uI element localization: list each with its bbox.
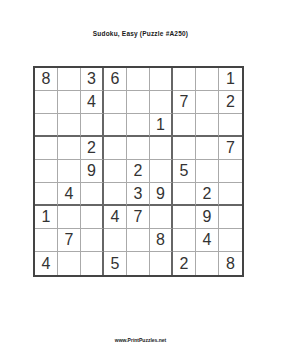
sudoku-cell[interactable]: 7 — [219, 137, 242, 160]
sudoku-cell[interactable]: 4 — [104, 206, 127, 229]
sudoku-cell[interactable] — [219, 229, 242, 252]
footer-url: www.PrintPuzzles.net — [0, 337, 281, 343]
sudoku-cell[interactable] — [104, 160, 127, 183]
sudoku-cell[interactable]: 7 — [127, 206, 150, 229]
sudoku-cell[interactable]: 4 — [58, 183, 81, 206]
sudoku-cell[interactable] — [173, 183, 196, 206]
sudoku-cell[interactable] — [150, 91, 173, 114]
sudoku-cell[interactable] — [150, 252, 173, 275]
sudoku-cell[interactable]: 5 — [104, 252, 127, 275]
sudoku-cell[interactable]: 7 — [173, 91, 196, 114]
sudoku-cell[interactable] — [219, 183, 242, 206]
sudoku-cell[interactable] — [81, 114, 104, 137]
sudoku-cell[interactable] — [58, 91, 81, 114]
sudoku-cell[interactable]: 1 — [35, 206, 58, 229]
sudoku-cell[interactable]: 8 — [150, 229, 173, 252]
sudoku-cell[interactable] — [150, 68, 173, 91]
puzzle-title: Sudoku, Easy (Puzzle #A250) — [0, 30, 281, 37]
sudoku-cell[interactable] — [81, 206, 104, 229]
sudoku-cell[interactable] — [173, 137, 196, 160]
sudoku-cell[interactable] — [196, 137, 219, 160]
sudoku-cell[interactable] — [127, 252, 150, 275]
sudoku-cell[interactable]: 8 — [219, 252, 242, 275]
sudoku-cell[interactable] — [196, 91, 219, 114]
sudoku-cell[interactable] — [58, 252, 81, 275]
sudoku-cell[interactable] — [35, 91, 58, 114]
sudoku-cell[interactable]: 2 — [81, 137, 104, 160]
sudoku-cell[interactable] — [150, 206, 173, 229]
sudoku-cell[interactable] — [219, 206, 242, 229]
sudoku-cell[interactable] — [219, 160, 242, 183]
sudoku-cell[interactable] — [58, 137, 81, 160]
sudoku-cell[interactable] — [81, 183, 104, 206]
sudoku-cell[interactable]: 8 — [35, 68, 58, 91]
sudoku-board: 8361472127925439214797844528 — [33, 66, 244, 277]
sudoku-cell[interactable] — [127, 68, 150, 91]
sudoku-cell[interactable] — [196, 114, 219, 137]
sudoku-cell[interactable] — [127, 114, 150, 137]
sudoku-cell[interactable]: 2 — [127, 160, 150, 183]
sudoku-cell[interactable] — [127, 91, 150, 114]
sudoku-cell[interactable] — [196, 160, 219, 183]
sudoku-cell[interactable] — [196, 252, 219, 275]
sudoku-cell[interactable] — [35, 137, 58, 160]
sudoku-cell[interactable] — [35, 160, 58, 183]
sudoku-cell[interactable]: 3 — [81, 68, 104, 91]
sudoku-cell[interactable]: 4 — [196, 229, 219, 252]
puzzle-page: Sudoku, Easy (Puzzle #A250) 836147212792… — [0, 0, 281, 363]
sudoku-cell[interactable]: 3 — [127, 183, 150, 206]
sudoku-cell[interactable] — [104, 114, 127, 137]
sudoku-cell[interactable]: 1 — [150, 114, 173, 137]
sudoku-cell[interactable] — [196, 68, 219, 91]
sudoku-cell[interactable]: 9 — [150, 183, 173, 206]
sudoku-cell[interactable]: 9 — [196, 206, 219, 229]
sudoku-cell[interactable] — [58, 68, 81, 91]
sudoku-cell[interactable] — [150, 160, 173, 183]
sudoku-cell[interactable] — [104, 91, 127, 114]
sudoku-cell[interactable] — [104, 137, 127, 160]
sudoku-cell[interactable]: 7 — [58, 229, 81, 252]
sudoku-cell[interactable] — [173, 114, 196, 137]
sudoku-cell[interactable] — [35, 183, 58, 206]
sudoku-cell[interactable] — [173, 206, 196, 229]
sudoku-cell[interactable] — [81, 252, 104, 275]
sudoku-cell[interactable] — [150, 137, 173, 160]
sudoku-cell[interactable]: 2 — [196, 183, 219, 206]
sudoku-cell[interactable]: 9 — [81, 160, 104, 183]
sudoku-cell[interactable] — [104, 229, 127, 252]
sudoku-cell[interactable] — [35, 229, 58, 252]
sudoku-cell[interactable] — [127, 137, 150, 160]
sudoku-cell[interactable] — [58, 206, 81, 229]
sudoku-cell[interactable]: 2 — [173, 252, 196, 275]
sudoku-cell[interactable]: 4 — [35, 252, 58, 275]
sudoku-cell[interactable]: 1 — [219, 68, 242, 91]
sudoku-cell[interactable] — [58, 114, 81, 137]
sudoku-cell[interactable]: 5 — [173, 160, 196, 183]
sudoku-cell[interactable]: 4 — [81, 91, 104, 114]
sudoku-cell[interactable] — [58, 160, 81, 183]
sudoku-cell[interactable] — [35, 114, 58, 137]
sudoku-cell[interactable] — [173, 229, 196, 252]
sudoku-cell[interactable] — [173, 68, 196, 91]
sudoku-cell[interactable]: 6 — [104, 68, 127, 91]
sudoku-cell[interactable] — [104, 183, 127, 206]
sudoku-cell[interactable] — [127, 229, 150, 252]
sudoku-cell[interactable]: 2 — [219, 91, 242, 114]
sudoku-cell[interactable] — [219, 114, 242, 137]
sudoku-cell[interactable] — [81, 229, 104, 252]
